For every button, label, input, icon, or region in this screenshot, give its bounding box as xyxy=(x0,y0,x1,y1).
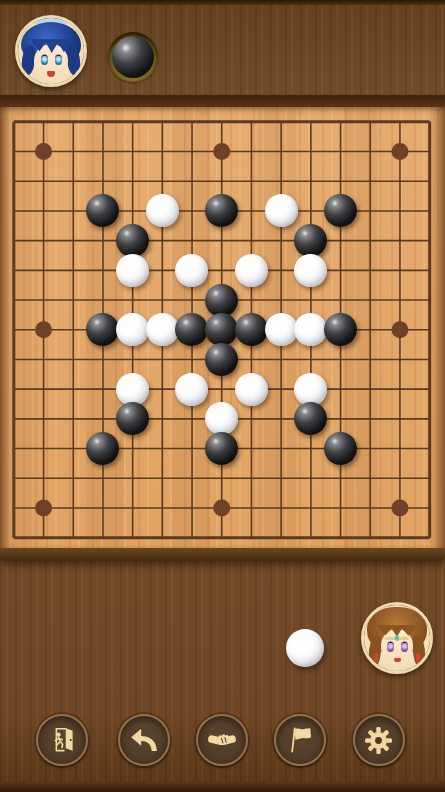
draw-offer-button[interactable] xyxy=(196,714,248,766)
opponent-avatar-art xyxy=(18,18,84,84)
flag-icon xyxy=(285,725,315,755)
exit-button[interactable] xyxy=(36,714,88,766)
star-point xyxy=(35,143,52,160)
undo-arrow-icon xyxy=(129,725,159,755)
top-edge-shadow xyxy=(0,0,445,5)
star-point xyxy=(391,499,408,516)
star-point xyxy=(391,143,408,160)
opponent-avatar[interactable] xyxy=(15,15,87,87)
white-stone-indicator xyxy=(286,629,324,667)
undo-button[interactable] xyxy=(118,714,170,766)
black-stone-icon xyxy=(112,36,154,78)
handshake-icon xyxy=(206,724,238,756)
star-point xyxy=(35,321,52,338)
gear-icon xyxy=(363,725,394,756)
star-point xyxy=(213,499,230,516)
board-grid-lines xyxy=(0,95,445,560)
star-point xyxy=(35,499,52,516)
resign-button[interactable] xyxy=(274,714,326,766)
black-stone-indicator xyxy=(108,32,158,82)
settings-button[interactable] xyxy=(353,714,405,766)
star-point xyxy=(213,321,230,338)
player-avatar[interactable] xyxy=(361,602,433,674)
bottom-edge-shadow xyxy=(0,781,445,792)
gomoku-game-screen xyxy=(0,0,445,792)
exit-door-icon xyxy=(47,725,77,755)
star-point xyxy=(391,321,408,338)
star-point xyxy=(213,143,230,160)
player-avatar-art xyxy=(364,605,430,671)
